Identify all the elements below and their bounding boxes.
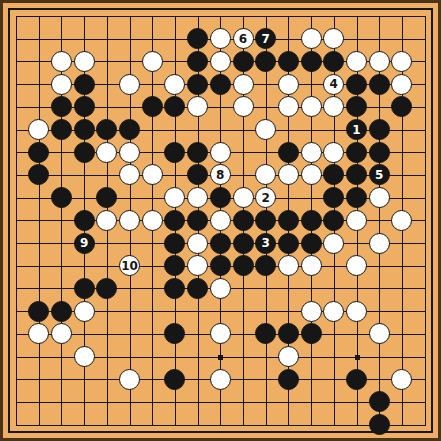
white-stone[interactable] [233, 74, 254, 95]
white-stone[interactable] [346, 210, 367, 231]
black-stone[interactable] [369, 414, 390, 435]
black-stone[interactable] [187, 142, 208, 163]
star-point [355, 355, 360, 360]
white-stone[interactable] [96, 142, 117, 163]
white-stone[interactable] [210, 210, 231, 231]
white-stone[interactable] [74, 51, 95, 72]
white-stone[interactable] [301, 142, 322, 163]
go-board: 67418529310 [0, 0, 441, 441]
white-stone[interactable] [142, 210, 163, 231]
black-stone[interactable] [187, 278, 208, 299]
numbered-stone-6[interactable]: 6 [233, 28, 254, 49]
black-stone[interactable] [255, 51, 276, 72]
white-stone[interactable] [119, 369, 140, 390]
white-stone[interactable] [323, 301, 344, 322]
black-stone[interactable] [187, 210, 208, 231]
white-stone[interactable] [119, 142, 140, 163]
white-stone[interactable] [301, 28, 322, 49]
black-stone[interactable] [210, 187, 231, 208]
black-stone[interactable] [278, 369, 299, 390]
white-stone[interactable] [210, 278, 231, 299]
white-stone[interactable] [210, 369, 231, 390]
black-stone[interactable] [74, 96, 95, 117]
grid-line-vertical [425, 16, 426, 426]
white-stone[interactable] [301, 164, 322, 185]
black-stone[interactable] [164, 369, 185, 390]
black-stone[interactable] [278, 210, 299, 231]
white-stone[interactable] [142, 51, 163, 72]
black-stone[interactable] [187, 51, 208, 72]
black-stone[interactable] [301, 233, 322, 254]
grid-line-horizontal [16, 425, 426, 426]
black-stone[interactable] [369, 391, 390, 412]
black-stone[interactable] [369, 142, 390, 163]
white-stone[interactable] [187, 233, 208, 254]
white-stone[interactable] [323, 142, 344, 163]
white-stone[interactable] [74, 346, 95, 367]
black-stone[interactable] [346, 142, 367, 163]
star-point [218, 355, 223, 360]
black-stone[interactable] [74, 142, 95, 163]
black-stone[interactable] [278, 142, 299, 163]
black-stone[interactable] [301, 323, 322, 344]
white-stone[interactable] [96, 210, 117, 231]
white-stone[interactable] [51, 74, 72, 95]
white-stone[interactable] [119, 74, 140, 95]
grid-line-horizontal [16, 402, 426, 403]
black-stone[interactable] [210, 74, 231, 95]
white-stone[interactable] [323, 233, 344, 254]
white-stone[interactable] [210, 323, 231, 344]
black-stone[interactable] [74, 119, 95, 140]
black-stone[interactable] [74, 278, 95, 299]
black-stone[interactable] [233, 51, 254, 72]
black-stone[interactable] [74, 210, 95, 231]
black-stone[interactable] [233, 210, 254, 231]
white-stone[interactable] [233, 187, 254, 208]
black-stone[interactable] [323, 210, 344, 231]
white-stone[interactable] [210, 51, 231, 72]
black-stone[interactable] [369, 119, 390, 140]
white-stone[interactable] [278, 255, 299, 276]
black-stone[interactable] [164, 142, 185, 163]
white-stone[interactable] [164, 74, 185, 95]
black-stone[interactable] [210, 255, 231, 276]
white-stone[interactable] [119, 210, 140, 231]
black-stone[interactable] [210, 233, 231, 254]
white-stone[interactable] [278, 74, 299, 95]
white-stone[interactable] [233, 96, 254, 117]
black-stone[interactable] [278, 233, 299, 254]
black-stone[interactable] [233, 233, 254, 254]
black-stone[interactable] [301, 210, 322, 231]
black-stone[interactable] [346, 369, 367, 390]
white-stone[interactable] [210, 142, 231, 163]
white-stone[interactable] [142, 164, 163, 185]
white-stone[interactable] [210, 28, 231, 49]
white-stone[interactable] [369, 51, 390, 72]
white-stone[interactable] [369, 187, 390, 208]
numbered-stone-1[interactable]: 1 [346, 119, 367, 140]
white-stone[interactable] [301, 96, 322, 117]
white-stone[interactable] [301, 301, 322, 322]
white-stone[interactable] [51, 51, 72, 72]
white-stone[interactable] [74, 301, 95, 322]
black-stone[interactable] [187, 74, 208, 95]
white-stone[interactable] [391, 74, 412, 95]
black-stone[interactable] [142, 96, 163, 117]
black-stone[interactable] [28, 142, 49, 163]
white-stone[interactable] [369, 233, 390, 254]
white-stone[interactable] [278, 346, 299, 367]
white-stone[interactable] [369, 323, 390, 344]
white-stone[interactable] [301, 255, 322, 276]
black-stone[interactable] [233, 255, 254, 276]
black-stone[interactable] [301, 51, 322, 72]
black-stone[interactable] [255, 210, 276, 231]
black-stone[interactable] [346, 187, 367, 208]
white-stone[interactable] [346, 301, 367, 322]
black-stone[interactable] [51, 119, 72, 140]
black-stone[interactable] [164, 233, 185, 254]
white-stone[interactable] [391, 369, 412, 390]
black-stone[interactable] [51, 301, 72, 322]
black-stone[interactable] [278, 51, 299, 72]
black-stone[interactable] [28, 301, 49, 322]
numbered-stone-4[interactable]: 4 [323, 74, 344, 95]
black-stone[interactable] [346, 74, 367, 95]
numbered-stone-9[interactable]: 9 [74, 233, 95, 254]
numbered-stone-5[interactable]: 5 [369, 164, 390, 185]
black-stone[interactable] [119, 119, 140, 140]
white-stone[interactable] [346, 51, 367, 72]
numbered-stone-3[interactable]: 3 [255, 233, 276, 254]
black-stone[interactable] [369, 74, 390, 95]
black-stone[interactable] [74, 74, 95, 95]
black-stone[interactable] [51, 187, 72, 208]
